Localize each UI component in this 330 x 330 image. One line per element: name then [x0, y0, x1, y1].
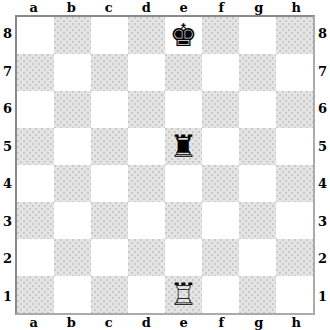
square-h3[interactable]	[276, 202, 313, 239]
square-c2[interactable]	[91, 239, 128, 276]
rank-label-2-left: 2	[0, 240, 15, 278]
square-g3[interactable]	[239, 202, 276, 239]
file-label-g-top: g	[240, 0, 278, 15]
square-f1[interactable]	[202, 276, 239, 313]
square-g6[interactable]	[239, 91, 276, 128]
rank-label-2-right: 2	[315, 240, 330, 278]
square-f2[interactable]	[202, 239, 239, 276]
square-g4[interactable]	[239, 165, 276, 202]
square-f3[interactable]	[202, 202, 239, 239]
square-d2[interactable]	[128, 239, 165, 276]
rank-label-1-right: 1	[315, 278, 330, 316]
rank-label-7-left: 7	[0, 53, 15, 91]
square-d5[interactable]	[128, 128, 165, 165]
square-b7[interactable]	[54, 54, 91, 91]
square-b6[interactable]	[54, 91, 91, 128]
square-h4[interactable]	[276, 165, 313, 202]
rank-label-6-left: 6	[0, 90, 15, 128]
rank-label-1-left: 1	[0, 278, 15, 316]
rank-label-8-right: 8	[315, 15, 330, 53]
square-e1[interactable]: ♖	[165, 276, 202, 313]
rank-labels-left: 87654321	[0, 15, 15, 315]
square-a8[interactable]	[17, 17, 54, 54]
square-e3[interactable]	[165, 202, 202, 239]
square-a4[interactable]	[17, 165, 54, 202]
square-a7[interactable]	[17, 54, 54, 91]
file-label-a-bottom: a	[15, 315, 53, 330]
rank-label-5-left: 5	[0, 128, 15, 166]
rank-label-4-left: 4	[0, 165, 15, 203]
square-e7[interactable]	[165, 54, 202, 91]
file-label-f-bottom: f	[203, 315, 241, 330]
chess-board: ♚♜♖	[15, 15, 315, 315]
square-e8[interactable]: ♚	[165, 17, 202, 54]
square-c7[interactable]	[91, 54, 128, 91]
square-b3[interactable]	[54, 202, 91, 239]
rank-labels-right: 87654321	[315, 15, 330, 315]
square-b1[interactable]	[54, 276, 91, 313]
square-h2[interactable]	[276, 239, 313, 276]
square-f8[interactable]	[202, 17, 239, 54]
square-f6[interactable]	[202, 91, 239, 128]
rank-label-3-left: 3	[0, 203, 15, 241]
square-g7[interactable]	[239, 54, 276, 91]
square-h6[interactable]	[276, 91, 313, 128]
square-c8[interactable]	[91, 17, 128, 54]
file-label-h-bottom: h	[278, 315, 316, 330]
square-g2[interactable]	[239, 239, 276, 276]
rank-label-7-right: 7	[315, 53, 330, 91]
square-b4[interactable]	[54, 165, 91, 202]
square-d1[interactable]	[128, 276, 165, 313]
square-a2[interactable]	[17, 239, 54, 276]
square-a5[interactable]	[17, 128, 54, 165]
square-h7[interactable]	[276, 54, 313, 91]
square-g1[interactable]	[239, 276, 276, 313]
rank-label-8-left: 8	[0, 15, 15, 53]
square-c1[interactable]	[91, 276, 128, 313]
rank-label-5-right: 5	[315, 128, 330, 166]
file-label-b-bottom: b	[53, 315, 91, 330]
square-g5[interactable]	[239, 128, 276, 165]
file-label-e-top: e	[165, 0, 203, 15]
square-e5[interactable]: ♜	[165, 128, 202, 165]
square-d3[interactable]	[128, 202, 165, 239]
white-rook-piece[interactable]: ♖	[165, 276, 202, 313]
square-e2[interactable]	[165, 239, 202, 276]
square-b5[interactable]	[54, 128, 91, 165]
file-label-h-top: h	[278, 0, 316, 15]
rank-label-3-right: 3	[315, 203, 330, 241]
chess-diagram: abcdefgh 87654321 ♚♜♖ 87654321 abcdefgh	[0, 0, 330, 330]
file-labels-top: abcdefgh	[15, 0, 315, 15]
file-label-c-bottom: c	[90, 315, 128, 330]
file-label-f-top: f	[203, 0, 241, 15]
square-f5[interactable]	[202, 128, 239, 165]
square-d6[interactable]	[128, 91, 165, 128]
square-a3[interactable]	[17, 202, 54, 239]
square-d4[interactable]	[128, 165, 165, 202]
file-label-g-bottom: g	[240, 315, 278, 330]
file-labels-bottom: abcdefgh	[15, 315, 315, 330]
square-h8[interactable]	[276, 17, 313, 54]
file-label-d-bottom: d	[128, 315, 166, 330]
rank-label-4-right: 4	[315, 165, 330, 203]
square-e6[interactable]	[165, 91, 202, 128]
square-h5[interactable]	[276, 128, 313, 165]
square-a1[interactable]	[17, 276, 54, 313]
file-label-d-top: d	[128, 0, 166, 15]
square-c4[interactable]	[91, 165, 128, 202]
file-label-b-top: b	[53, 0, 91, 15]
file-label-e-bottom: e	[165, 315, 203, 330]
square-f7[interactable]	[202, 54, 239, 91]
square-a6[interactable]	[17, 91, 54, 128]
square-g8[interactable]	[239, 17, 276, 54]
square-d7[interactable]	[128, 54, 165, 91]
square-c6[interactable]	[91, 91, 128, 128]
square-b2[interactable]	[54, 239, 91, 276]
file-label-a-top: a	[15, 0, 53, 15]
square-d8[interactable]	[128, 17, 165, 54]
square-b8[interactable]	[54, 17, 91, 54]
black-rook-piece[interactable]: ♜	[165, 128, 202, 165]
square-c5[interactable]	[91, 128, 128, 165]
square-c3[interactable]	[91, 202, 128, 239]
square-h1[interactable]	[276, 276, 313, 313]
black-king-piece[interactable]: ♚	[165, 17, 202, 54]
file-label-c-top: c	[90, 0, 128, 15]
square-e4[interactable]	[165, 165, 202, 202]
rank-label-6-right: 6	[315, 90, 330, 128]
square-f4[interactable]	[202, 165, 239, 202]
